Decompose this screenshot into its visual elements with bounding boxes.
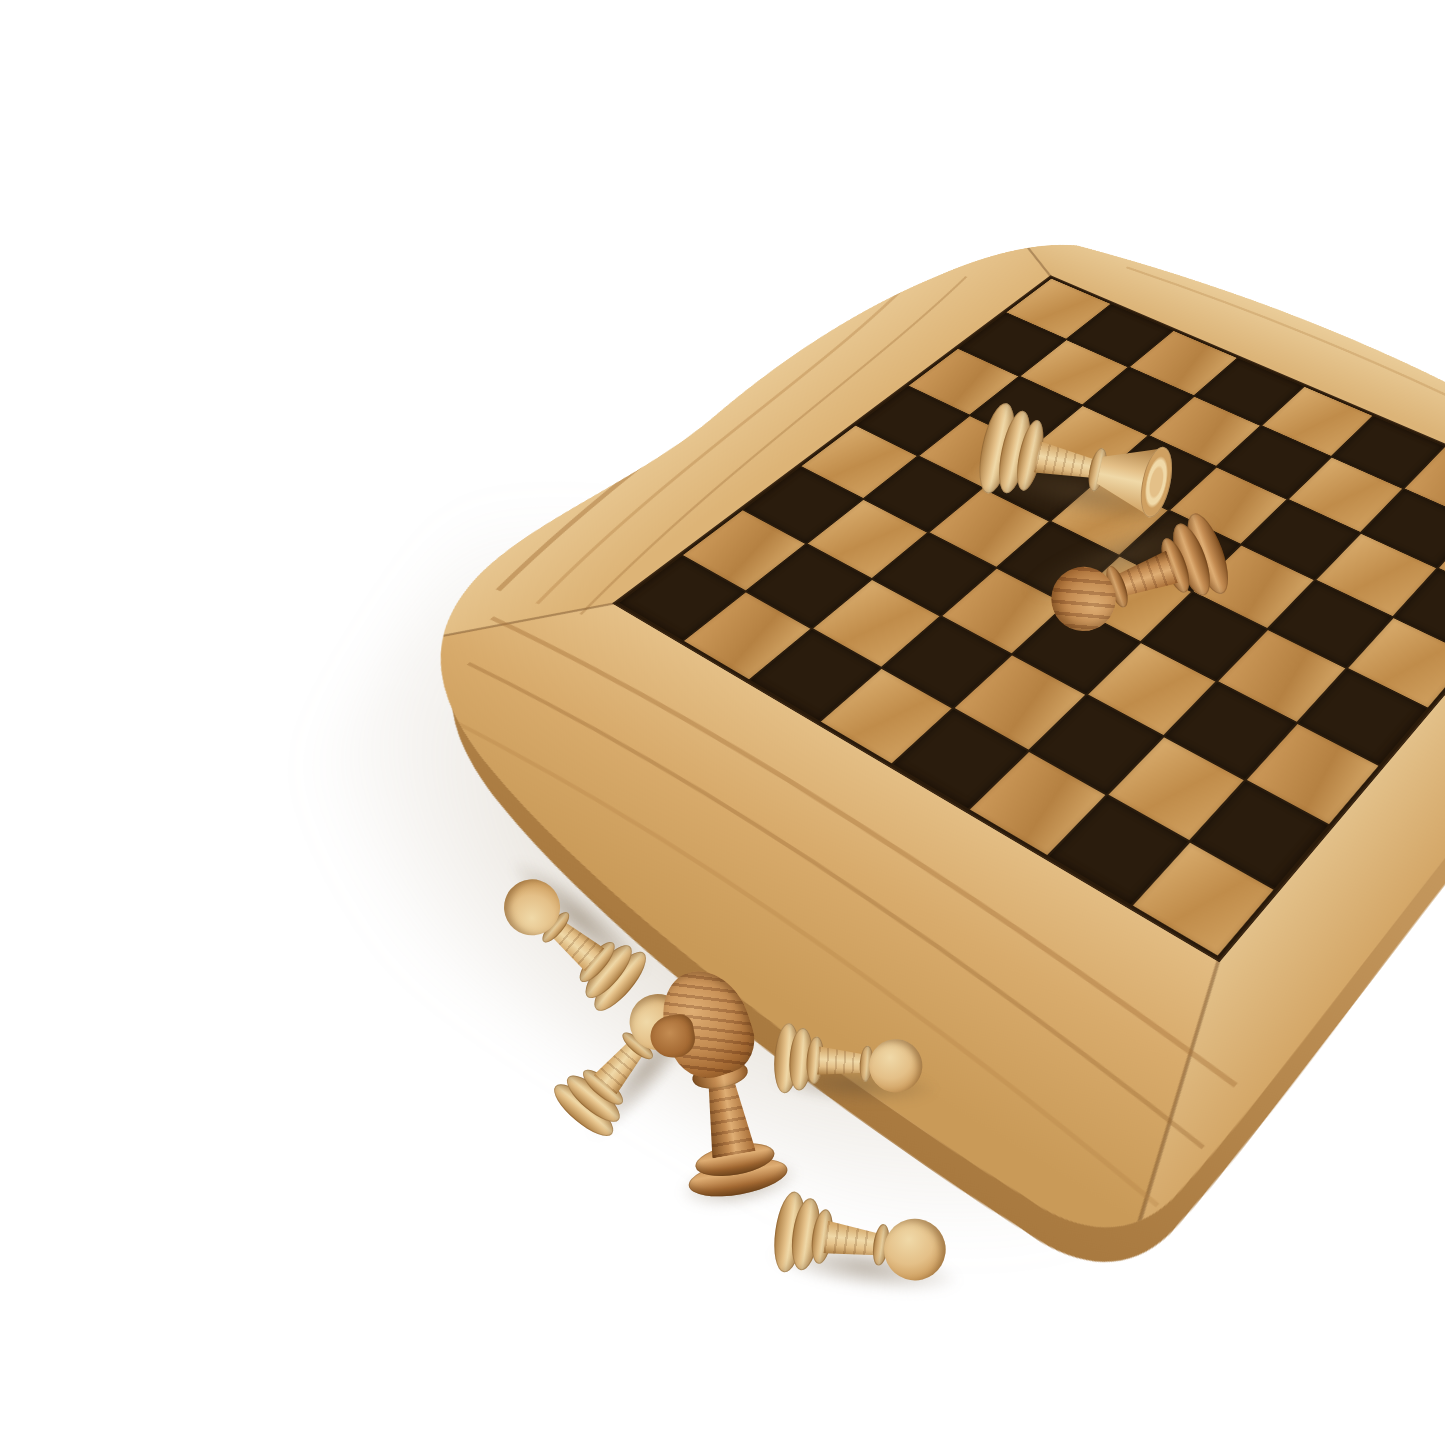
piece-pawn-light: [769, 1181, 968, 1305]
piece-pawn-light: [771, 1015, 938, 1112]
pieces-layer: [0, 0, 1445, 1445]
pawn-head: [867, 1037, 924, 1094]
product-photo-scene: [0, 0, 1445, 1445]
pawn-head: [880, 1215, 950, 1285]
